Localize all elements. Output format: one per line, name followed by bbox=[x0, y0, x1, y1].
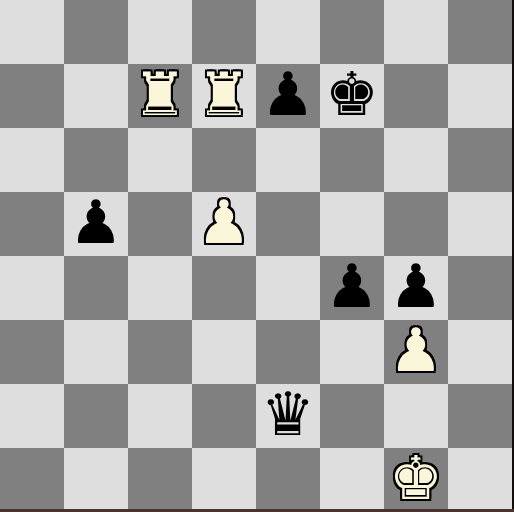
square-a2[interactable] bbox=[0, 384, 64, 448]
square-e6[interactable] bbox=[256, 128, 320, 192]
square-d5[interactable]: ♟ bbox=[192, 192, 256, 256]
square-g1[interactable]: ♚ bbox=[384, 448, 448, 512]
piece-black-queen[interactable]: ♛ bbox=[261, 384, 315, 444]
square-b5[interactable]: ♟ bbox=[64, 192, 128, 256]
piece-white-pawn[interactable]: ♟ bbox=[197, 192, 251, 252]
square-e7[interactable]: ♟ bbox=[256, 64, 320, 128]
piece-black-pawn[interactable]: ♟ bbox=[69, 192, 123, 252]
square-a1[interactable] bbox=[0, 448, 64, 512]
square-d7[interactable]: ♜ bbox=[192, 64, 256, 128]
square-f6[interactable] bbox=[320, 128, 384, 192]
square-g4[interactable]: ♟ bbox=[384, 256, 448, 320]
square-a7[interactable] bbox=[0, 64, 64, 128]
square-a3[interactable] bbox=[0, 320, 64, 384]
piece-black-pawn[interactable]: ♟ bbox=[261, 64, 315, 124]
square-c8[interactable] bbox=[128, 0, 192, 64]
square-d3[interactable] bbox=[192, 320, 256, 384]
square-h6[interactable] bbox=[448, 128, 512, 192]
square-a8[interactable] bbox=[0, 0, 64, 64]
square-g2[interactable] bbox=[384, 384, 448, 448]
square-a6[interactable] bbox=[0, 128, 64, 192]
chess-board: ♜♜♟♚♟♟♟♟♟♛♚ bbox=[0, 0, 512, 512]
square-c1[interactable] bbox=[128, 448, 192, 512]
square-e3[interactable] bbox=[256, 320, 320, 384]
piece-black-pawn[interactable]: ♟ bbox=[325, 256, 379, 316]
chess-board-window: ♜♜♟♚♟♟♟♟♟♛♚ bbox=[0, 0, 514, 512]
piece-white-rook[interactable]: ♜ bbox=[197, 64, 251, 124]
square-f8[interactable] bbox=[320, 0, 384, 64]
square-e8[interactable] bbox=[256, 0, 320, 64]
piece-white-king[interactable]: ♚ bbox=[389, 448, 443, 508]
square-h3[interactable] bbox=[448, 320, 512, 384]
square-f5[interactable] bbox=[320, 192, 384, 256]
piece-white-rook[interactable]: ♜ bbox=[133, 64, 187, 124]
square-f2[interactable] bbox=[320, 384, 384, 448]
square-g3[interactable]: ♟ bbox=[384, 320, 448, 384]
square-f7[interactable]: ♚ bbox=[320, 64, 384, 128]
square-e5[interactable] bbox=[256, 192, 320, 256]
square-e1[interactable] bbox=[256, 448, 320, 512]
square-a4[interactable] bbox=[0, 256, 64, 320]
square-d2[interactable] bbox=[192, 384, 256, 448]
square-e4[interactable] bbox=[256, 256, 320, 320]
square-h4[interactable] bbox=[448, 256, 512, 320]
square-h1[interactable] bbox=[448, 448, 512, 512]
square-c7[interactable]: ♜ bbox=[128, 64, 192, 128]
square-f4[interactable]: ♟ bbox=[320, 256, 384, 320]
square-h5[interactable] bbox=[448, 192, 512, 256]
square-b7[interactable] bbox=[64, 64, 128, 128]
square-g5[interactable] bbox=[384, 192, 448, 256]
square-d1[interactable] bbox=[192, 448, 256, 512]
square-d6[interactable] bbox=[192, 128, 256, 192]
square-c3[interactable] bbox=[128, 320, 192, 384]
square-b3[interactable] bbox=[64, 320, 128, 384]
square-b1[interactable] bbox=[64, 448, 128, 512]
square-d8[interactable] bbox=[192, 0, 256, 64]
square-b6[interactable] bbox=[64, 128, 128, 192]
square-h7[interactable] bbox=[448, 64, 512, 128]
square-f1[interactable] bbox=[320, 448, 384, 512]
square-b4[interactable] bbox=[64, 256, 128, 320]
piece-white-pawn[interactable]: ♟ bbox=[389, 320, 443, 380]
square-g6[interactable] bbox=[384, 128, 448, 192]
square-c2[interactable] bbox=[128, 384, 192, 448]
square-e2[interactable]: ♛ bbox=[256, 384, 320, 448]
square-h2[interactable] bbox=[448, 384, 512, 448]
square-b8[interactable] bbox=[64, 0, 128, 64]
square-d4[interactable] bbox=[192, 256, 256, 320]
square-c5[interactable] bbox=[128, 192, 192, 256]
square-g8[interactable] bbox=[384, 0, 448, 64]
square-a5[interactable] bbox=[0, 192, 64, 256]
piece-black-pawn[interactable]: ♟ bbox=[389, 256, 443, 316]
square-f3[interactable] bbox=[320, 320, 384, 384]
square-b2[interactable] bbox=[64, 384, 128, 448]
square-h8[interactable] bbox=[448, 0, 512, 64]
square-c6[interactable] bbox=[128, 128, 192, 192]
square-g7[interactable] bbox=[384, 64, 448, 128]
piece-black-king[interactable]: ♚ bbox=[325, 64, 379, 124]
square-c4[interactable] bbox=[128, 256, 192, 320]
